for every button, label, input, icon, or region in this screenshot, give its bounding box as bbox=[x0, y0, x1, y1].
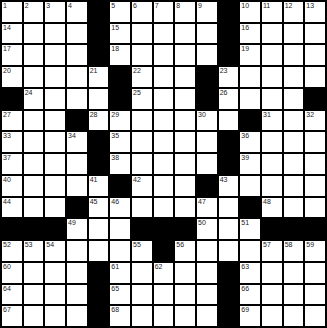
clue-number: 22 bbox=[133, 67, 141, 75]
cell-r6c6[interactable]: 29 bbox=[110, 111, 130, 131]
cell-r11c6[interactable] bbox=[110, 219, 130, 239]
cell-r2c2[interactable] bbox=[24, 24, 44, 44]
black-cell-r14c11 bbox=[219, 285, 239, 305]
cell-r12c3[interactable]: 54 bbox=[45, 241, 65, 261]
cell-r14c8[interactable] bbox=[154, 285, 174, 305]
clue-number: 26 bbox=[220, 89, 228, 97]
cell-r11c11[interactable] bbox=[219, 219, 239, 239]
cell-r9c4[interactable] bbox=[67, 176, 87, 196]
cell-r2c4[interactable] bbox=[67, 24, 87, 44]
cell-r13c9[interactable] bbox=[175, 263, 195, 283]
cell-r14c1[interactable]: 64 bbox=[2, 285, 22, 305]
cell-r12c7[interactable]: 55 bbox=[132, 241, 152, 261]
clue-number: 68 bbox=[111, 306, 119, 314]
cell-r13c2[interactable] bbox=[24, 263, 44, 283]
clue-number: 60 bbox=[3, 263, 11, 271]
crossword-grid: 1234567891011121314151617181920212223242… bbox=[0, 0, 327, 328]
cell-r14c7[interactable] bbox=[132, 285, 152, 305]
cell-r5c2[interactable]: 24 bbox=[24, 89, 44, 109]
clue-number: 15 bbox=[111, 24, 119, 32]
cell-r7c2[interactable] bbox=[24, 132, 44, 152]
black-cell-r14c5 bbox=[89, 285, 109, 305]
black-cell-r9c10 bbox=[197, 176, 217, 196]
cell-r13c14[interactable] bbox=[284, 263, 304, 283]
black-cell-r11c9 bbox=[175, 219, 195, 239]
cell-r3c3[interactable] bbox=[45, 45, 65, 65]
clue-number: 56 bbox=[176, 241, 184, 249]
cell-r6c8[interactable] bbox=[154, 111, 174, 131]
black-cell-r11c14 bbox=[284, 219, 304, 239]
cell-r13c8[interactable]: 62 bbox=[154, 263, 174, 283]
cell-r5c13[interactable] bbox=[262, 89, 282, 109]
black-cell-r1c11 bbox=[219, 2, 239, 22]
clue-number: 54 bbox=[46, 241, 54, 249]
cell-r1c7[interactable]: 6 bbox=[132, 2, 152, 22]
cell-r4c14[interactable] bbox=[284, 67, 304, 87]
cell-r6c3[interactable] bbox=[45, 111, 65, 131]
cell-r5c4[interactable] bbox=[67, 89, 87, 109]
clue-number: 44 bbox=[3, 198, 11, 206]
cell-r3c13[interactable] bbox=[262, 45, 282, 65]
clue-number: 53 bbox=[25, 241, 33, 249]
cell-r15c6[interactable]: 68 bbox=[110, 306, 130, 326]
clue-number: 38 bbox=[111, 154, 119, 162]
cell-r8c15[interactable] bbox=[305, 154, 325, 174]
cell-r2c12[interactable]: 16 bbox=[240, 24, 260, 44]
clue-number: 17 bbox=[3, 45, 11, 53]
cell-r13c3[interactable] bbox=[45, 263, 65, 283]
cell-r6c2[interactable] bbox=[24, 111, 44, 131]
clue-number: 36 bbox=[241, 132, 249, 140]
cell-r4c8[interactable] bbox=[154, 67, 174, 87]
cell-r4c12[interactable] bbox=[240, 67, 260, 87]
cell-r10c6[interactable]: 46 bbox=[110, 198, 130, 218]
black-cell-r10c12 bbox=[240, 198, 260, 218]
clue-number: 29 bbox=[111, 111, 119, 119]
clue-number: 57 bbox=[263, 241, 271, 249]
cell-r1c14[interactable]: 12 bbox=[284, 2, 304, 22]
black-cell-r11c13 bbox=[262, 219, 282, 239]
black-cell-r15c5 bbox=[89, 306, 109, 326]
black-cell-r1c5 bbox=[89, 2, 109, 22]
cell-r12c12[interactable] bbox=[240, 241, 260, 261]
cell-r8c14[interactable] bbox=[284, 154, 304, 174]
cell-r3c9[interactable] bbox=[175, 45, 195, 65]
clue-number: 61 bbox=[111, 263, 119, 271]
clue-number: 35 bbox=[111, 132, 119, 140]
clue-number: 13 bbox=[306, 2, 314, 10]
cell-r5c8[interactable] bbox=[154, 89, 174, 109]
cell-r3c6[interactable]: 18 bbox=[110, 45, 130, 65]
black-cell-r2c11 bbox=[219, 24, 239, 44]
cell-r13c12[interactable]: 63 bbox=[240, 263, 260, 283]
clue-number: 64 bbox=[3, 285, 11, 293]
cell-r15c14[interactable] bbox=[284, 306, 304, 326]
cell-r6c11[interactable] bbox=[219, 111, 239, 131]
cell-r4c2[interactable] bbox=[24, 67, 44, 87]
black-cell-r11c8 bbox=[154, 219, 174, 239]
black-cell-r4c10 bbox=[197, 67, 217, 87]
cell-r15c12[interactable]: 69 bbox=[240, 306, 260, 326]
clue-number: 11 bbox=[263, 2, 270, 10]
clue-number: 37 bbox=[3, 154, 11, 162]
cell-r13c1[interactable]: 60 bbox=[2, 263, 22, 283]
cell-r7c3[interactable] bbox=[45, 132, 65, 152]
cell-r8c8[interactable] bbox=[154, 154, 174, 174]
black-cell-r5c10 bbox=[197, 89, 217, 109]
clue-number: 66 bbox=[241, 285, 249, 293]
clue-number: 30 bbox=[198, 111, 206, 119]
cell-r12c4[interactable] bbox=[67, 241, 87, 261]
cell-r3c8[interactable] bbox=[154, 45, 174, 65]
cell-r4c15[interactable] bbox=[305, 67, 325, 87]
cell-r13c15[interactable] bbox=[305, 263, 325, 283]
clue-number: 6 bbox=[133, 2, 137, 10]
cell-r2c14[interactable] bbox=[284, 24, 304, 44]
black-cell-r5c6 bbox=[110, 89, 130, 109]
cell-r15c7[interactable] bbox=[132, 306, 152, 326]
cell-r9c2[interactable] bbox=[24, 176, 44, 196]
clue-number: 65 bbox=[111, 285, 119, 293]
clue-number: 39 bbox=[241, 154, 249, 162]
cell-r9c8[interactable] bbox=[154, 176, 174, 196]
cell-r4c13[interactable] bbox=[262, 67, 282, 87]
cell-r12c10[interactable] bbox=[197, 241, 217, 261]
cell-r8c2[interactable] bbox=[24, 154, 44, 174]
cell-r7c9[interactable] bbox=[175, 132, 195, 152]
black-cell-r13c5 bbox=[89, 263, 109, 283]
cell-r10c5[interactable]: 45 bbox=[89, 198, 109, 218]
cell-r10c3[interactable] bbox=[45, 198, 65, 218]
cell-r6c15[interactable]: 32 bbox=[305, 111, 325, 131]
cell-r7c15[interactable] bbox=[305, 132, 325, 152]
cell-r3c14[interactable] bbox=[284, 45, 304, 65]
cell-r8c1[interactable]: 37 bbox=[2, 154, 22, 174]
cell-r8c3[interactable] bbox=[45, 154, 65, 174]
clue-number: 23 bbox=[220, 67, 228, 75]
cell-r8c12[interactable]: 39 bbox=[240, 154, 260, 174]
black-cell-r13c11 bbox=[219, 263, 239, 283]
cell-r14c3[interactable] bbox=[45, 285, 65, 305]
cell-r1c8[interactable]: 7 bbox=[154, 2, 174, 22]
black-cell-r9c6 bbox=[110, 176, 130, 196]
clue-number: 62 bbox=[155, 263, 163, 271]
black-cell-r7c5 bbox=[89, 132, 109, 152]
cell-r1c4[interactable]: 4 bbox=[67, 2, 87, 22]
cell-r3c4[interactable] bbox=[67, 45, 87, 65]
cell-r3c10[interactable] bbox=[197, 45, 217, 65]
cell-r10c9[interactable] bbox=[175, 198, 195, 218]
cell-r2c13[interactable] bbox=[262, 24, 282, 44]
clue-number: 25 bbox=[133, 89, 141, 97]
cell-r4c5[interactable]: 21 bbox=[89, 67, 109, 87]
cell-r15c13[interactable] bbox=[262, 306, 282, 326]
cell-r3c15[interactable] bbox=[305, 45, 325, 65]
cell-r1c12[interactable]: 10 bbox=[240, 2, 260, 22]
cell-r9c11[interactable]: 43 bbox=[219, 176, 239, 196]
cell-r1c2[interactable]: 2 bbox=[24, 2, 44, 22]
clue-number: 20 bbox=[3, 67, 11, 75]
cell-r1c9[interactable]: 8 bbox=[175, 2, 195, 22]
clue-number: 67 bbox=[3, 306, 11, 314]
cell-r3c7[interactable] bbox=[132, 45, 152, 65]
cell-r13c4[interactable] bbox=[67, 263, 87, 283]
cell-r1c1[interactable]: 1 bbox=[2, 2, 22, 22]
clue-number: 27 bbox=[3, 111, 11, 119]
cell-r2c1[interactable]: 14 bbox=[2, 24, 22, 44]
clue-number: 21 bbox=[90, 67, 98, 75]
cell-r14c4[interactable] bbox=[67, 285, 87, 305]
black-cell-r12c8 bbox=[154, 241, 174, 261]
clue-number: 40 bbox=[3, 176, 11, 184]
cell-r14c2[interactable] bbox=[24, 285, 44, 305]
cell-r7c7[interactable] bbox=[132, 132, 152, 152]
black-cell-r3c11 bbox=[219, 45, 239, 65]
black-cell-r6c4 bbox=[67, 111, 87, 131]
cell-r12c5[interactable] bbox=[89, 241, 109, 261]
cell-r2c7[interactable] bbox=[132, 24, 152, 44]
clue-number: 48 bbox=[263, 198, 271, 206]
clue-number: 58 bbox=[285, 241, 293, 249]
cell-r11c4[interactable]: 49 bbox=[67, 219, 87, 239]
cell-r6c13[interactable]: 31 bbox=[262, 111, 282, 131]
clue-number: 51 bbox=[241, 219, 249, 227]
cell-r15c1[interactable]: 67 bbox=[2, 306, 22, 326]
black-cell-r5c15 bbox=[305, 89, 325, 109]
black-cell-r10c4 bbox=[67, 198, 87, 218]
cell-r5c5[interactable] bbox=[89, 89, 109, 109]
cell-r11c12[interactable]: 51 bbox=[240, 219, 260, 239]
cell-r15c10[interactable] bbox=[197, 306, 217, 326]
clue-number: 12 bbox=[285, 2, 293, 10]
black-cell-r7c11 bbox=[219, 132, 239, 152]
cell-r13c10[interactable] bbox=[197, 263, 217, 283]
cell-r8c9[interactable] bbox=[175, 154, 195, 174]
cell-r15c15[interactable] bbox=[305, 306, 325, 326]
cell-r9c9[interactable] bbox=[175, 176, 195, 196]
black-cell-r11c7 bbox=[132, 219, 152, 239]
cell-r1c15[interactable]: 13 bbox=[305, 2, 325, 22]
clue-number: 8 bbox=[176, 2, 180, 10]
cell-r9c13[interactable] bbox=[262, 176, 282, 196]
cell-r6c7[interactable] bbox=[132, 111, 152, 131]
cell-r10c13[interactable]: 48 bbox=[262, 198, 282, 218]
cell-r10c1[interactable]: 44 bbox=[2, 198, 22, 218]
clue-number: 55 bbox=[133, 241, 141, 249]
clue-number: 31 bbox=[263, 111, 271, 119]
cell-r7c6[interactable]: 35 bbox=[110, 132, 130, 152]
cell-r12c1[interactable]: 52 bbox=[2, 241, 22, 261]
cell-r14c13[interactable] bbox=[262, 285, 282, 305]
clue-number: 45 bbox=[90, 198, 98, 206]
black-cell-r11c3 bbox=[45, 219, 65, 239]
cell-r8c6[interactable]: 38 bbox=[110, 154, 130, 174]
cell-r6c14[interactable] bbox=[284, 111, 304, 131]
cell-r11c5[interactable] bbox=[89, 219, 109, 239]
clue-number: 52 bbox=[3, 241, 11, 249]
cell-r10c7[interactable] bbox=[132, 198, 152, 218]
cell-r5c14[interactable] bbox=[284, 89, 304, 109]
cell-r9c3[interactable] bbox=[45, 176, 65, 196]
cell-r7c8[interactable] bbox=[154, 132, 174, 152]
cell-r10c15[interactable] bbox=[305, 198, 325, 218]
clue-number: 14 bbox=[3, 24, 11, 32]
clue-number: 49 bbox=[68, 219, 76, 227]
cell-r13c13[interactable] bbox=[262, 263, 282, 283]
clue-number: 5 bbox=[111, 2, 115, 10]
cell-r14c6[interactable]: 65 bbox=[110, 285, 130, 305]
cell-r10c11[interactable] bbox=[219, 198, 239, 218]
clue-number: 59 bbox=[306, 241, 314, 249]
cell-r3c12[interactable]: 19 bbox=[240, 45, 260, 65]
cell-r2c8[interactable] bbox=[154, 24, 174, 44]
cell-r7c12[interactable]: 36 bbox=[240, 132, 260, 152]
cell-r7c1[interactable]: 33 bbox=[2, 132, 22, 152]
cell-r3c2[interactable] bbox=[24, 45, 44, 65]
cell-r1c13[interactable]: 11 bbox=[262, 2, 282, 22]
cell-r14c10[interactable] bbox=[197, 285, 217, 305]
cell-r7c14[interactable] bbox=[284, 132, 304, 152]
cell-r9c14[interactable] bbox=[284, 176, 304, 196]
cell-r9c7[interactable]: 42 bbox=[132, 176, 152, 196]
clue-number: 7 bbox=[155, 2, 159, 10]
cell-r10c2[interactable] bbox=[24, 198, 44, 218]
cell-r1c10[interactable]: 9 bbox=[197, 2, 217, 22]
cell-r15c3[interactable] bbox=[45, 306, 65, 326]
black-cell-r8c11 bbox=[219, 154, 239, 174]
clue-number: 50 bbox=[198, 219, 206, 227]
cell-r2c10[interactable] bbox=[197, 24, 217, 44]
cell-r4c9[interactable] bbox=[175, 67, 195, 87]
cell-r2c6[interactable]: 15 bbox=[110, 24, 130, 44]
cell-r2c9[interactable] bbox=[175, 24, 195, 44]
cell-r14c14[interactable] bbox=[284, 285, 304, 305]
cell-r13c6[interactable]: 61 bbox=[110, 263, 130, 283]
cell-r7c10[interactable] bbox=[197, 132, 217, 152]
cell-r14c12[interactable]: 66 bbox=[240, 285, 260, 305]
clue-number: 41 bbox=[90, 176, 98, 184]
cell-r15c2[interactable] bbox=[24, 306, 44, 326]
cell-r6c9[interactable] bbox=[175, 111, 195, 131]
cell-r9c1[interactable]: 40 bbox=[2, 176, 22, 196]
cell-r5c3[interactable] bbox=[45, 89, 65, 109]
cell-r4c3[interactable] bbox=[45, 67, 65, 87]
cell-r4c1[interactable]: 20 bbox=[2, 67, 22, 87]
black-cell-r2c5 bbox=[89, 24, 109, 44]
clue-number: 9 bbox=[198, 2, 202, 10]
cell-r6c1[interactable]: 27 bbox=[2, 111, 22, 131]
cell-r9c12[interactable] bbox=[240, 176, 260, 196]
cell-r4c4[interactable] bbox=[67, 67, 87, 87]
cell-r15c9[interactable] bbox=[175, 306, 195, 326]
cell-r4c7[interactable]: 22 bbox=[132, 67, 152, 87]
cell-r14c9[interactable] bbox=[175, 285, 195, 305]
cell-r2c15[interactable] bbox=[305, 24, 325, 44]
black-cell-r4c6 bbox=[110, 67, 130, 87]
cell-r8c10[interactable] bbox=[197, 154, 217, 174]
black-cell-r11c1 bbox=[2, 219, 22, 239]
clue-number: 63 bbox=[241, 263, 249, 271]
clue-number: 47 bbox=[198, 198, 206, 206]
cell-r12c11[interactable] bbox=[219, 241, 239, 261]
clue-number: 19 bbox=[241, 45, 249, 53]
black-cell-r11c15 bbox=[305, 219, 325, 239]
clue-number: 32 bbox=[306, 111, 314, 119]
cell-r5c12[interactable] bbox=[240, 89, 260, 109]
cell-r8c7[interactable] bbox=[132, 154, 152, 174]
cell-r12c14[interactable]: 58 bbox=[284, 241, 304, 261]
cell-r3c1[interactable]: 17 bbox=[2, 45, 22, 65]
cell-r9c5[interactable]: 41 bbox=[89, 176, 109, 196]
cell-r12c9[interactable]: 56 bbox=[175, 241, 195, 261]
clue-number: 16 bbox=[241, 24, 249, 32]
cell-r15c8[interactable] bbox=[154, 306, 174, 326]
clue-number: 42 bbox=[133, 176, 141, 184]
cell-r13c7[interactable] bbox=[132, 263, 152, 283]
black-cell-r8c5 bbox=[89, 154, 109, 174]
clue-number: 43 bbox=[220, 176, 228, 184]
cell-r9c15[interactable] bbox=[305, 176, 325, 196]
cell-r2c3[interactable] bbox=[45, 24, 65, 44]
cell-r15c4[interactable] bbox=[67, 306, 87, 326]
cell-r5c11[interactable]: 26 bbox=[219, 89, 239, 109]
cell-r5c9[interactable] bbox=[175, 89, 195, 109]
cell-r12c6[interactable] bbox=[110, 241, 130, 261]
cell-r12c2[interactable]: 53 bbox=[24, 241, 44, 261]
clue-number: 69 bbox=[241, 306, 249, 314]
cell-r1c3[interactable]: 3 bbox=[45, 2, 65, 22]
clue-number: 2 bbox=[25, 2, 29, 10]
cell-r7c13[interactable] bbox=[262, 132, 282, 152]
cell-r6c5[interactable]: 28 bbox=[89, 111, 109, 131]
cell-r11c10[interactable]: 50 bbox=[197, 219, 217, 239]
clue-number: 4 bbox=[68, 2, 72, 10]
black-cell-r15c11 bbox=[219, 306, 239, 326]
clue-number: 1 bbox=[3, 2, 7, 10]
clue-number: 28 bbox=[90, 111, 98, 119]
cell-r4c11[interactable]: 23 bbox=[219, 67, 239, 87]
cell-r10c8[interactable] bbox=[154, 198, 174, 218]
cell-r5c7[interactable]: 25 bbox=[132, 89, 152, 109]
cell-r7c4[interactable]: 34 bbox=[67, 132, 87, 152]
clue-number: 10 bbox=[241, 2, 249, 10]
cell-r1c6[interactable]: 5 bbox=[110, 2, 130, 22]
cell-r8c4[interactable] bbox=[67, 154, 87, 174]
cell-r10c10[interactable]: 47 bbox=[197, 198, 217, 218]
cell-r12c13[interactable]: 57 bbox=[262, 241, 282, 261]
clue-number: 3 bbox=[46, 2, 50, 10]
clue-number: 33 bbox=[3, 132, 11, 140]
black-cell-r3c5 bbox=[89, 45, 109, 65]
black-cell-r5c1 bbox=[2, 89, 22, 109]
clue-number: 34 bbox=[68, 132, 76, 140]
clue-number: 24 bbox=[25, 89, 33, 97]
clue-number: 18 bbox=[111, 45, 119, 53]
cell-r10c14[interactable] bbox=[284, 198, 304, 218]
black-cell-r6c12 bbox=[240, 111, 260, 131]
cell-r14c15[interactable] bbox=[305, 285, 325, 305]
cell-r6c10[interactable]: 30 bbox=[197, 111, 217, 131]
cell-r12c15[interactable]: 59 bbox=[305, 241, 325, 261]
black-cell-r11c2 bbox=[24, 219, 44, 239]
cell-r8c13[interactable] bbox=[262, 154, 282, 174]
clue-number: 46 bbox=[111, 198, 119, 206]
